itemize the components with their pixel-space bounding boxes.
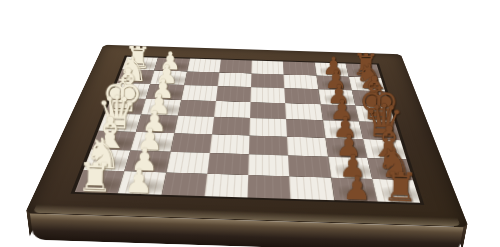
- square-f4[interactable]: [216, 86, 251, 102]
- square-d6[interactable]: [286, 119, 325, 138]
- square-e3[interactable]: [178, 100, 216, 117]
- square-g3[interactable]: [184, 71, 219, 86]
- square-e4[interactable]: [214, 101, 251, 118]
- square-b4[interactable]: [207, 153, 249, 175]
- black-rook-a8[interactable]: ♜: [382, 166, 419, 207]
- square-d4[interactable]: [212, 117, 250, 135]
- board-frame: ♜♟♟♜♞♟♟♞♝♟♟♝♚♟♟♚♛♟♟♛♝♟♟♝♞♟♟♞♜♟♟♜: [25, 45, 469, 228]
- square-d3[interactable]: [174, 116, 214, 134]
- square-a2[interactable]: ♟: [118, 171, 166, 195]
- square-a3[interactable]: [161, 172, 207, 196]
- square-h3[interactable]: [187, 59, 221, 73]
- square-e6[interactable]: [285, 103, 322, 120]
- square-f3[interactable]: [181, 85, 218, 101]
- square-d5[interactable]: [249, 118, 287, 137]
- white-rook-a1[interactable]: ♜: [77, 157, 114, 198]
- square-e5[interactable]: [250, 102, 286, 119]
- white-pawn-a2[interactable]: ♟: [124, 165, 154, 198]
- square-g6[interactable]: [284, 74, 318, 89]
- chess-set-photo: ♜♟♟♜♞♟♟♞♝♟♟♝♚♟♟♚♛♟♟♛♝♟♟♝♞♟♟♞♜♟♟♜: [0, 0, 500, 247]
- square-a7[interactable]: ♟: [331, 177, 377, 201]
- square-c3[interactable]: [170, 133, 212, 153]
- square-b5[interactable]: [248, 154, 289, 176]
- chess-board: ♜♟♟♜♞♟♟♞♝♟♟♝♚♟♟♚♛♟♟♛♝♟♟♝♞♟♟♞♜♟♟♜: [25, 45, 469, 228]
- square-h6[interactable]: [283, 62, 316, 76]
- square-g5[interactable]: [251, 73, 285, 88]
- square-h4[interactable]: [219, 60, 252, 74]
- square-b3[interactable]: [166, 152, 210, 174]
- board-squares: ♜♟♟♜♞♟♟♞♝♟♟♝♚♟♟♚♛♟♟♛♝♟♟♝♞♟♟♞♜♟♟♜: [70, 56, 424, 205]
- square-a4[interactable]: [204, 174, 248, 198]
- black-pawn-a7[interactable]: ♟: [342, 172, 372, 205]
- square-a6[interactable]: [289, 176, 333, 200]
- square-c6[interactable]: [287, 137, 327, 157]
- square-f5[interactable]: [251, 87, 286, 103]
- square-h5[interactable]: [251, 61, 283, 75]
- board-scene: ♜♟♟♜♞♟♟♞♝♟♟♝♚♟♟♚♛♟♟♛♝♟♟♝♞♟♟♞♜♟♟♜: [0, 0, 500, 247]
- square-a5[interactable]: [248, 175, 291, 199]
- square-c5[interactable]: [249, 135, 288, 155]
- square-b6[interactable]: [288, 155, 330, 177]
- square-c4[interactable]: [209, 134, 249, 154]
- square-g4[interactable]: [217, 72, 251, 87]
- square-f6[interactable]: [285, 88, 321, 104]
